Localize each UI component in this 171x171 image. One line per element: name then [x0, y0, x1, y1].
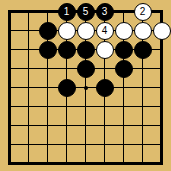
intersection-h1[interactable]: 2	[133, 2, 152, 21]
intersection-i1[interactable]	[152, 2, 171, 21]
intersection-c4[interactable]	[38, 59, 57, 78]
intersection-c1[interactable]	[38, 2, 57, 21]
intersection-g7[interactable]	[114, 116, 133, 135]
intersection-i7[interactable]	[152, 116, 171, 135]
white-stone: 2	[134, 3, 152, 21]
intersection-i3[interactable]	[152, 40, 171, 59]
intersection-b8[interactable]	[19, 135, 38, 154]
intersection-h2[interactable]	[133, 21, 152, 40]
black-stone	[77, 60, 95, 78]
intersection-f4[interactable]	[95, 59, 114, 78]
intersection-h5[interactable]	[133, 78, 152, 97]
intersection-d2[interactable]	[57, 21, 76, 40]
intersection-a4[interactable]	[0, 59, 19, 78]
intersection-d1[interactable]: 1	[57, 2, 76, 21]
intersection-d4[interactable]	[57, 59, 76, 78]
intersection-i8[interactable]	[152, 135, 171, 154]
intersection-h4[interactable]	[133, 59, 152, 78]
intersection-b1[interactable]	[19, 2, 38, 21]
intersection-d8[interactable]	[57, 135, 76, 154]
intersection-a1[interactable]	[0, 2, 19, 21]
white-stone: 4	[96, 22, 114, 40]
move-number-label: 3	[102, 7, 108, 17]
intersection-c5[interactable]	[38, 78, 57, 97]
intersection-c6[interactable]	[38, 97, 57, 116]
move-number-label: 5	[83, 7, 89, 17]
black-stone	[134, 41, 152, 59]
black-stone: 5	[77, 3, 95, 21]
intersection-a2[interactable]	[0, 21, 19, 40]
intersection-a7[interactable]	[0, 116, 19, 135]
intersection-a3[interactable]	[0, 40, 19, 59]
intersection-a9[interactable]	[0, 154, 19, 171]
intersection-e5[interactable]	[76, 78, 95, 97]
intersection-b6[interactable]	[19, 97, 38, 116]
intersection-g1[interactable]	[114, 2, 133, 21]
intersection-b5[interactable]	[19, 78, 38, 97]
intersection-b2[interactable]	[19, 21, 38, 40]
intersection-h3[interactable]	[133, 40, 152, 59]
intersection-d7[interactable]	[57, 116, 76, 135]
intersection-i2[interactable]	[152, 21, 171, 40]
intersection-h6[interactable]	[133, 97, 152, 116]
intersection-i9[interactable]	[152, 154, 171, 171]
black-stone: 3	[96, 3, 114, 21]
black-stone	[58, 79, 76, 97]
move-number-label: 2	[140, 7, 146, 17]
white-stone	[153, 22, 171, 40]
intersection-f3[interactable]	[95, 40, 114, 59]
intersection-b9[interactable]	[19, 154, 38, 171]
intersection-h8[interactable]	[133, 135, 152, 154]
board-grid: 15324	[0, 2, 171, 171]
intersection-c3[interactable]	[38, 40, 57, 59]
white-stone	[58, 22, 76, 40]
intersection-g3[interactable]	[114, 40, 133, 59]
intersection-e2[interactable]	[76, 21, 95, 40]
intersection-f2[interactable]: 4	[95, 21, 114, 40]
intersection-f9[interactable]	[95, 154, 114, 171]
intersection-e7[interactable]	[76, 116, 95, 135]
intersection-d9[interactable]	[57, 154, 76, 171]
move-number-label: 1	[64, 7, 70, 17]
intersection-b3[interactable]	[19, 40, 38, 59]
intersection-e6[interactable]	[76, 97, 95, 116]
black-stone	[115, 41, 133, 59]
intersection-g2[interactable]	[114, 21, 133, 40]
intersection-g4[interactable]	[114, 59, 133, 78]
intersection-f6[interactable]	[95, 97, 114, 116]
black-stone	[58, 41, 76, 59]
intersection-i6[interactable]	[152, 97, 171, 116]
intersection-e9[interactable]	[76, 154, 95, 171]
intersection-c7[interactable]	[38, 116, 57, 135]
intersection-e1[interactable]: 5	[76, 2, 95, 21]
white-stone	[77, 22, 95, 40]
intersection-f7[interactable]	[95, 116, 114, 135]
star-point	[84, 86, 88, 90]
black-stone	[39, 22, 57, 40]
intersection-c8[interactable]	[38, 135, 57, 154]
white-stone	[115, 22, 133, 40]
intersection-c9[interactable]	[38, 154, 57, 171]
intersection-f5[interactable]	[95, 78, 114, 97]
intersection-d5[interactable]	[57, 78, 76, 97]
intersection-g9[interactable]	[114, 154, 133, 171]
intersection-e3[interactable]	[76, 40, 95, 59]
intersection-f8[interactable]	[95, 135, 114, 154]
intersection-h9[interactable]	[133, 154, 152, 171]
intersection-g5[interactable]	[114, 78, 133, 97]
go-board-diagram: 15324	[0, 0, 171, 171]
black-stone: 1	[58, 3, 76, 21]
intersection-b4[interactable]	[19, 59, 38, 78]
intersection-g6[interactable]	[114, 97, 133, 116]
white-stone	[134, 22, 152, 40]
black-stone	[115, 60, 133, 78]
intersection-d6[interactable]	[57, 97, 76, 116]
intersection-a5[interactable]	[0, 78, 19, 97]
intersection-h7[interactable]	[133, 116, 152, 135]
black-stone	[77, 41, 95, 59]
intersection-c2[interactable]	[38, 21, 57, 40]
intersection-g8[interactable]	[114, 135, 133, 154]
black-stone	[39, 41, 57, 59]
intersection-i5[interactable]	[152, 78, 171, 97]
black-stone	[96, 79, 114, 97]
intersection-d3[interactable]	[57, 40, 76, 59]
white-stone	[96, 41, 114, 59]
intersection-e8[interactable]	[76, 135, 95, 154]
intersection-b7[interactable]	[19, 116, 38, 135]
intersection-f1[interactable]: 3	[95, 2, 114, 21]
intersection-e4[interactable]	[76, 59, 95, 78]
move-number-label: 4	[102, 26, 108, 36]
intersection-a8[interactable]	[0, 135, 19, 154]
intersection-a6[interactable]	[0, 97, 19, 116]
intersection-i4[interactable]	[152, 59, 171, 78]
